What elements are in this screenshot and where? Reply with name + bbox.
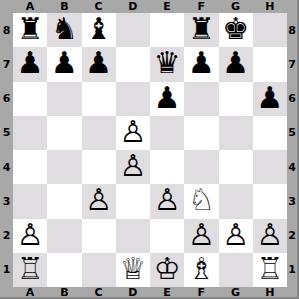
white-pawn-piece: ♙: [154, 185, 181, 215]
square-h6[interactable]: ♟: [253, 82, 287, 116]
white-pawn-piece: ♙: [119, 117, 146, 147]
rank-labels-right: 87654321: [287, 13, 297, 287]
file-label-bottom-c: C: [82, 286, 116, 299]
white-pawn-piece: ♙: [188, 220, 215, 250]
square-c1[interactable]: [82, 253, 116, 287]
file-label-top-b: B: [47, 0, 81, 13]
file-label-bottom-e: E: [150, 286, 184, 299]
square-c8[interactable]: ♝: [82, 13, 116, 47]
rank-label-right-4: 4: [287, 150, 297, 184]
square-f6[interactable]: [184, 82, 218, 116]
square-a3[interactable]: [13, 184, 47, 218]
black-pawn-piece: ♟: [222, 48, 249, 78]
square-e2[interactable]: [150, 219, 184, 253]
square-d2[interactable]: [116, 219, 150, 253]
rank-label-left-4: 4: [0, 150, 13, 184]
white-queen-piece: ♕: [119, 254, 146, 284]
square-f1[interactable]: ♗: [184, 253, 218, 287]
white-knight-piece: ♘: [188, 185, 215, 215]
square-g4[interactable]: [219, 150, 253, 184]
square-g5[interactable]: [219, 116, 253, 150]
square-d1[interactable]: ♕: [116, 253, 150, 287]
file-label-top-g: G: [219, 0, 253, 13]
square-h7[interactable]: [253, 47, 287, 81]
black-queen-piece: ♛: [154, 48, 181, 78]
rank-label-right-2: 2: [287, 219, 297, 253]
rank-label-right-6: 6: [287, 82, 297, 116]
square-c3[interactable]: ♙: [82, 184, 116, 218]
square-a2[interactable]: ♙: [13, 219, 47, 253]
square-d7[interactable]: [116, 47, 150, 81]
black-pawn-piece: ♟: [51, 48, 78, 78]
file-label-bottom-a: A: [13, 286, 47, 299]
rank-label-left-6: 6: [0, 82, 13, 116]
black-pawn-piece: ♟: [85, 48, 112, 78]
square-g1[interactable]: [219, 253, 253, 287]
rank-label-left-7: 7: [0, 47, 13, 81]
square-g6[interactable]: [219, 82, 253, 116]
square-b5[interactable]: [47, 116, 81, 150]
square-a4[interactable]: [13, 150, 47, 184]
file-label-bottom-g: G: [219, 286, 253, 299]
square-a1[interactable]: ♖: [13, 253, 47, 287]
board-grid: ♜♞♝♜♚♟♟♟♛♟♟♟♟♙♙♙♙♘♙♙♙♙♖♕♔♗♖: [13, 13, 287, 287]
square-e1[interactable]: ♔: [150, 253, 184, 287]
white-bishop-piece: ♗: [188, 254, 215, 284]
rank-label-right-5: 5: [287, 116, 297, 150]
square-g2[interactable]: ♙: [219, 219, 253, 253]
square-g7[interactable]: ♟: [219, 47, 253, 81]
file-label-top-e: E: [150, 0, 184, 13]
file-label-top-h: H: [253, 0, 287, 13]
square-b4[interactable]: [47, 150, 81, 184]
square-b2[interactable]: [47, 219, 81, 253]
rank-label-right-8: 8: [287, 13, 297, 47]
file-label-bottom-b: B: [47, 286, 81, 299]
rank-labels-left: 87654321: [0, 13, 13, 287]
square-h2[interactable]: ♙: [253, 219, 287, 253]
white-rook-piece: ♖: [17, 254, 44, 284]
white-pawn-piece: ♙: [85, 185, 112, 215]
square-e6[interactable]: ♟: [150, 82, 184, 116]
square-f8[interactable]: ♜: [184, 13, 218, 47]
black-king-piece: ♚: [222, 14, 249, 44]
square-d6[interactable]: [116, 82, 150, 116]
square-h1[interactable]: ♖: [253, 253, 287, 287]
square-a5[interactable]: [13, 116, 47, 150]
square-e8[interactable]: [150, 13, 184, 47]
file-label-top-f: F: [184, 0, 218, 13]
square-e3[interactable]: ♙: [150, 184, 184, 218]
rank-label-left-2: 2: [0, 219, 13, 253]
file-labels-bottom: ABCDEFGH: [13, 286, 287, 297]
square-e4[interactable]: [150, 150, 184, 184]
square-g3[interactable]: [219, 184, 253, 218]
white-pawn-piece: ♙: [17, 220, 44, 250]
square-c6[interactable]: [82, 82, 116, 116]
square-b6[interactable]: [47, 82, 81, 116]
white-pawn-piece: ♙: [222, 220, 249, 250]
rank-label-right-7: 7: [287, 47, 297, 81]
file-label-top-a: A: [13, 0, 47, 13]
square-e5[interactable]: [150, 116, 184, 150]
square-f3[interactable]: ♘: [184, 184, 218, 218]
file-label-bottom-f: F: [184, 286, 218, 299]
square-d5[interactable]: ♙: [116, 116, 150, 150]
black-rook-piece: ♜: [188, 14, 215, 44]
square-b8[interactable]: ♞: [47, 13, 81, 47]
square-c7[interactable]: ♟: [82, 47, 116, 81]
black-pawn-piece: ♟: [188, 48, 215, 78]
chess-board-frame: ABCDEFGH ABCDEFGH 87654321 87654321 ♜♞♝♜…: [0, 0, 299, 299]
square-b3[interactable]: [47, 184, 81, 218]
square-h4[interactable]: [253, 150, 287, 184]
square-f4[interactable]: [184, 150, 218, 184]
square-a8[interactable]: ♜: [13, 13, 47, 47]
black-pawn-piece: ♟: [154, 83, 181, 113]
file-label-top-c: C: [82, 0, 116, 13]
square-c4[interactable]: [82, 150, 116, 184]
black-knight-piece: ♞: [51, 14, 78, 44]
square-a6[interactable]: [13, 82, 47, 116]
square-b7[interactable]: ♟: [47, 47, 81, 81]
square-g8[interactable]: ♚: [219, 13, 253, 47]
square-f5[interactable]: [184, 116, 218, 150]
black-bishop-piece: ♝: [85, 14, 112, 44]
square-h3[interactable]: [253, 184, 287, 218]
square-c5[interactable]: [82, 116, 116, 150]
black-rook-piece: ♜: [17, 14, 44, 44]
square-h8[interactable]: [253, 13, 287, 47]
file-label-top-d: D: [116, 0, 150, 13]
square-f2[interactable]: ♙: [184, 219, 218, 253]
square-d3[interactable]: [116, 184, 150, 218]
rank-label-left-8: 8: [0, 13, 13, 47]
square-f7[interactable]: ♟: [184, 47, 218, 81]
white-king-piece: ♔: [154, 254, 181, 284]
black-pawn-piece: ♟: [256, 83, 283, 113]
white-pawn-piece: ♙: [119, 151, 146, 181]
square-d8[interactable]: [116, 13, 150, 47]
rank-label-left-5: 5: [0, 116, 13, 150]
white-rook-piece: ♖: [256, 254, 283, 284]
file-label-bottom-d: D: [116, 286, 150, 299]
white-pawn-piece: ♙: [256, 220, 283, 250]
file-labels-top: ABCDEFGH: [13, 0, 287, 13]
rank-label-right-3: 3: [287, 184, 297, 218]
rank-label-left-1: 1: [0, 253, 13, 287]
square-c2[interactable]: [82, 219, 116, 253]
square-b1[interactable]: [47, 253, 81, 287]
square-d4[interactable]: ♙: [116, 150, 150, 184]
square-a7[interactable]: ♟: [13, 47, 47, 81]
square-h5[interactable]: [253, 116, 287, 150]
square-e7[interactable]: ♛: [150, 47, 184, 81]
black-pawn-piece: ♟: [17, 48, 44, 78]
rank-label-right-1: 1: [287, 253, 297, 287]
rank-label-left-3: 3: [0, 184, 13, 218]
file-label-bottom-h: H: [253, 286, 287, 299]
